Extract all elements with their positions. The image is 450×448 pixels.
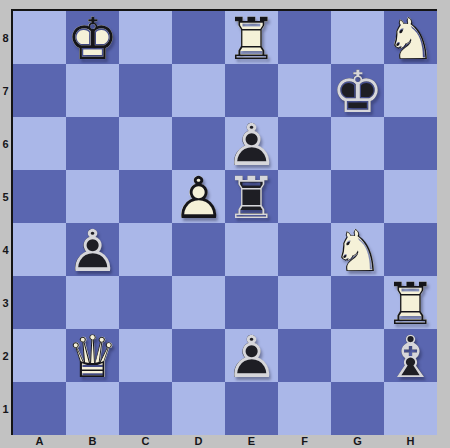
white-king-outline-icon: ♔	[66, 12, 119, 65]
square-h2[interactable]: ♝♗	[384, 329, 437, 382]
square-b8[interactable]: ♚♔	[66, 11, 119, 64]
square-h8[interactable]: ♞♘	[384, 11, 437, 64]
square-g2[interactable]	[331, 329, 384, 382]
black-pawn-icon: ♟	[225, 118, 278, 171]
square-c6[interactable]	[119, 117, 172, 170]
square-d2[interactable]	[172, 329, 225, 382]
square-g7[interactable]: ♚♔	[331, 64, 384, 117]
square-g4[interactable]: ♞♘	[331, 223, 384, 276]
piece-black-pawn[interactable]: ♟♙	[225, 117, 278, 170]
piece-white-king[interactable]: ♚♔	[66, 11, 119, 64]
piece-white-knight[interactable]: ♞♘	[384, 11, 437, 64]
square-b4[interactable]: ♟♙	[66, 223, 119, 276]
square-f6[interactable]	[278, 117, 331, 170]
square-e8[interactable]: ♜♖	[225, 11, 278, 64]
square-b3[interactable]	[66, 276, 119, 329]
square-c2[interactable]	[119, 329, 172, 382]
square-a1[interactable]	[13, 382, 66, 435]
square-a4[interactable]	[13, 223, 66, 276]
black-pawn-outline-icon: ♙	[225, 330, 278, 383]
square-a7[interactable]	[13, 64, 66, 117]
chess-board: ♚♔♜♖♞♘♚♔♟♙♟♙♜♖♟♙♞♘♜♖♛♕♟♙♝♗	[13, 11, 437, 435]
black-king-outline-icon: ♔	[331, 65, 384, 118]
square-d6[interactable]	[172, 117, 225, 170]
square-g5[interactable]	[331, 170, 384, 223]
black-king-icon: ♚	[331, 65, 384, 118]
square-e6[interactable]: ♟♙	[225, 117, 278, 170]
square-e2[interactable]: ♟♙	[225, 329, 278, 382]
square-h7[interactable]	[384, 64, 437, 117]
square-f7[interactable]	[278, 64, 331, 117]
square-a3[interactable]	[13, 276, 66, 329]
square-b6[interactable]	[66, 117, 119, 170]
square-b1[interactable]	[66, 382, 119, 435]
black-bishop-icon: ♝	[384, 330, 437, 383]
white-king-icon: ♚	[66, 12, 119, 65]
square-f8[interactable]	[278, 11, 331, 64]
square-h3[interactable]: ♜♖	[384, 276, 437, 329]
piece-black-pawn[interactable]: ♟♙	[66, 223, 119, 276]
rank-label-4: 4	[0, 223, 11, 276]
white-pawn-icon: ♟	[172, 171, 225, 224]
square-a6[interactable]	[13, 117, 66, 170]
white-knight-outline-icon: ♘	[384, 12, 437, 65]
white-rook-outline-icon: ♖	[384, 277, 437, 330]
square-c7[interactable]	[119, 64, 172, 117]
square-g8[interactable]	[331, 11, 384, 64]
rank-label-1: 1	[0, 382, 11, 435]
square-b5[interactable]	[66, 170, 119, 223]
square-c1[interactable]	[119, 382, 172, 435]
square-c5[interactable]	[119, 170, 172, 223]
piece-white-rook[interactable]: ♜♖	[384, 276, 437, 329]
piece-black-pawn[interactable]: ♟♙	[225, 329, 278, 382]
square-g3[interactable]	[331, 276, 384, 329]
square-a8[interactable]	[13, 11, 66, 64]
square-c8[interactable]	[119, 11, 172, 64]
square-e1[interactable]	[225, 382, 278, 435]
square-e4[interactable]	[225, 223, 278, 276]
file-label-b: B	[66, 435, 119, 448]
piece-white-pawn[interactable]: ♟♙	[172, 170, 225, 223]
white-pawn-outline-icon: ♙	[172, 171, 225, 224]
white-rook-icon: ♜	[384, 277, 437, 330]
square-d1[interactable]	[172, 382, 225, 435]
rank-label-6: 6	[0, 117, 11, 170]
white-knight-icon: ♞	[331, 224, 384, 277]
white-queen-outline-icon: ♕	[66, 330, 119, 383]
square-a2[interactable]	[13, 329, 66, 382]
file-labels: ABCDEFGH	[13, 435, 437, 448]
black-pawn-icon: ♟	[225, 330, 278, 383]
black-rook-outline-icon: ♖	[225, 171, 278, 224]
square-f5[interactable]	[278, 170, 331, 223]
piece-white-queen[interactable]: ♛♕	[66, 329, 119, 382]
square-f2[interactable]	[278, 329, 331, 382]
piece-black-king[interactable]: ♚♔	[331, 64, 384, 117]
piece-black-rook[interactable]: ♜♖	[225, 170, 278, 223]
piece-black-bishop[interactable]: ♝♗	[384, 329, 437, 382]
square-e7[interactable]	[225, 64, 278, 117]
square-f4[interactable]	[278, 223, 331, 276]
file-label-g: G	[331, 435, 384, 448]
file-label-e: E	[225, 435, 278, 448]
rank-label-8: 8	[0, 11, 11, 64]
file-label-h: H	[384, 435, 437, 448]
square-d7[interactable]	[172, 64, 225, 117]
square-c3[interactable]	[119, 276, 172, 329]
square-a5[interactable]	[13, 170, 66, 223]
rank-label-7: 7	[0, 64, 11, 117]
square-h4[interactable]	[384, 223, 437, 276]
square-f3[interactable]	[278, 276, 331, 329]
square-d3[interactable]	[172, 276, 225, 329]
square-g6[interactable]	[331, 117, 384, 170]
square-f1[interactable]	[278, 382, 331, 435]
square-c4[interactable]	[119, 223, 172, 276]
piece-white-rook[interactable]: ♜♖	[225, 11, 278, 64]
black-pawn-outline-icon: ♙	[66, 224, 119, 277]
square-h6[interactable]	[384, 117, 437, 170]
black-pawn-outline-icon: ♙	[225, 118, 278, 171]
square-d8[interactable]	[172, 11, 225, 64]
square-e5[interactable]: ♜♖	[225, 170, 278, 223]
rank-label-2: 2	[0, 329, 11, 382]
square-h1[interactable]	[384, 382, 437, 435]
file-label-c: C	[119, 435, 172, 448]
white-knight-icon: ♞	[384, 12, 437, 65]
white-rook-outline-icon: ♖	[225, 12, 278, 65]
white-queen-icon: ♛	[66, 330, 119, 383]
square-e3[interactable]	[225, 276, 278, 329]
white-rook-icon: ♜	[225, 12, 278, 65]
square-h5[interactable]	[384, 170, 437, 223]
square-d5[interactable]: ♟♙	[172, 170, 225, 223]
rank-label-3: 3	[0, 276, 11, 329]
piece-white-knight[interactable]: ♞♘	[331, 223, 384, 276]
square-d4[interactable]	[172, 223, 225, 276]
black-rook-icon: ♜	[225, 171, 278, 224]
black-bishop-outline-icon: ♗	[384, 330, 437, 383]
chess-board-frame: ♚♔♜♖♞♘♚♔♟♙♟♙♜♖♟♙♞♘♜♖♛♕♟♙♝♗	[11, 9, 437, 435]
file-label-a: A	[13, 435, 66, 448]
square-b2[interactable]: ♛♕	[66, 329, 119, 382]
black-pawn-icon: ♟	[66, 224, 119, 277]
square-b7[interactable]	[66, 64, 119, 117]
white-knight-outline-icon: ♘	[331, 224, 384, 277]
rank-label-5: 5	[0, 170, 11, 223]
file-label-d: D	[172, 435, 225, 448]
rank-labels: 87654321	[0, 11, 11, 435]
square-g1[interactable]	[331, 382, 384, 435]
file-label-f: F	[278, 435, 331, 448]
